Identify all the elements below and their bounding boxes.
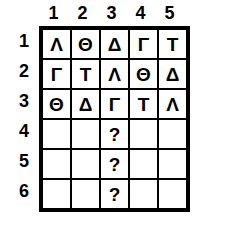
column-label: 2: [68, 0, 97, 26]
letter-cell: Θ: [71, 29, 100, 59]
column-labels: 12345: [39, 0, 184, 26]
letter-cell: Δ: [100, 29, 129, 59]
column-label: 5: [155, 0, 184, 26]
letter-cell: Τ: [71, 59, 100, 89]
column-label: 1: [39, 0, 68, 26]
letter-cell: Λ: [100, 59, 129, 89]
letter-cell: Δ: [158, 59, 187, 89]
row-label: 1: [0, 26, 36, 56]
row-labels: 123456: [0, 26, 36, 206]
question-cell[interactable]: ?: [100, 119, 129, 149]
row-label: 2: [0, 56, 36, 86]
letter-cell: Θ: [42, 89, 71, 119]
empty-cell[interactable]: [129, 149, 158, 179]
letter-cell: Τ: [158, 29, 187, 59]
column-label: 4: [126, 0, 155, 26]
empty-cell[interactable]: [158, 149, 187, 179]
letter-cell: Λ: [158, 89, 187, 119]
empty-cell[interactable]: [129, 119, 158, 149]
column-label: 3: [97, 0, 126, 26]
letter-cell: Δ: [71, 89, 100, 119]
puzzle-board: ΛΘΔΓΤΓΤΛΘΔΘΔΓΤΛ???: [39, 26, 190, 212]
empty-cell[interactable]: [71, 179, 100, 209]
letter-cell: Γ: [100, 89, 129, 119]
empty-cell[interactable]: [42, 119, 71, 149]
letter-cell: Γ: [129, 29, 158, 59]
row-label: 4: [0, 116, 36, 146]
row-label: 6: [0, 176, 36, 206]
empty-cell[interactable]: [158, 119, 187, 149]
letter-cell: Θ: [129, 59, 158, 89]
question-cell[interactable]: ?: [100, 149, 129, 179]
row-label: 5: [0, 146, 36, 176]
empty-cell[interactable]: [71, 149, 100, 179]
question-cell[interactable]: ?: [100, 179, 129, 209]
row-label: 3: [0, 86, 36, 116]
empty-cell[interactable]: [42, 149, 71, 179]
empty-cell[interactable]: [129, 179, 158, 209]
empty-cell[interactable]: [71, 119, 100, 149]
empty-cell[interactable]: [42, 179, 71, 209]
empty-cell[interactable]: [158, 179, 187, 209]
letter-cell: Γ: [42, 59, 71, 89]
letter-cell: Λ: [42, 29, 71, 59]
puzzle-page: 12345 123456 ΛΘΔΓΤΓΤΛΘΔΘΔΓΤΛ???: [0, 0, 237, 227]
letter-cell: Τ: [129, 89, 158, 119]
